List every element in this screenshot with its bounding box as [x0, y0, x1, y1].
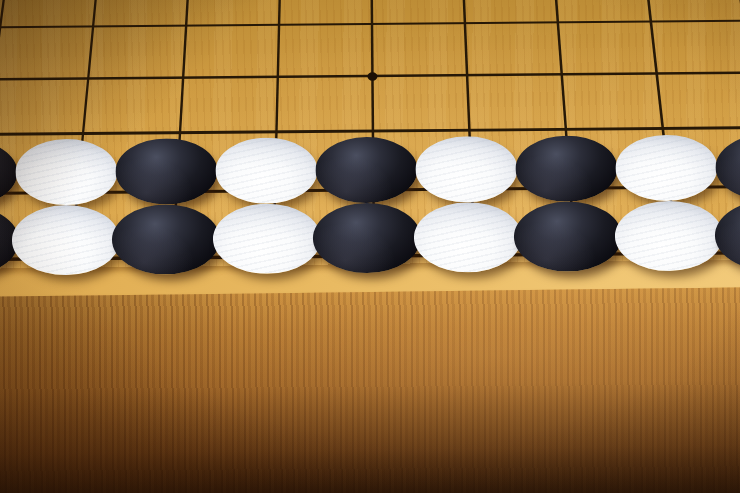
go-stone-black[interactable]: [115, 138, 217, 205]
go-stone-black[interactable]: [112, 204, 220, 275]
go-stone-white[interactable]: [615, 135, 717, 202]
go-stone-black[interactable]: [515, 135, 617, 202]
go-stone-white[interactable]: [215, 137, 317, 204]
go-stone-black[interactable]: [715, 134, 740, 201]
go-stone-black[interactable]: [715, 200, 740, 271]
stones-layer: [0, 0, 740, 493]
go-stone-black[interactable]: [514, 201, 622, 272]
go-stone-white[interactable]: [413, 202, 521, 273]
go-stone-black[interactable]: [313, 203, 421, 274]
go-stone-white[interactable]: [415, 136, 517, 203]
go-stone-white[interactable]: [614, 201, 722, 272]
go-stone-white[interactable]: [212, 203, 320, 274]
go-stone-white[interactable]: [15, 139, 117, 206]
go-stone-black[interactable]: [315, 137, 417, 204]
go-stone-white[interactable]: [11, 205, 119, 276]
goban-photo: [0, 0, 740, 493]
